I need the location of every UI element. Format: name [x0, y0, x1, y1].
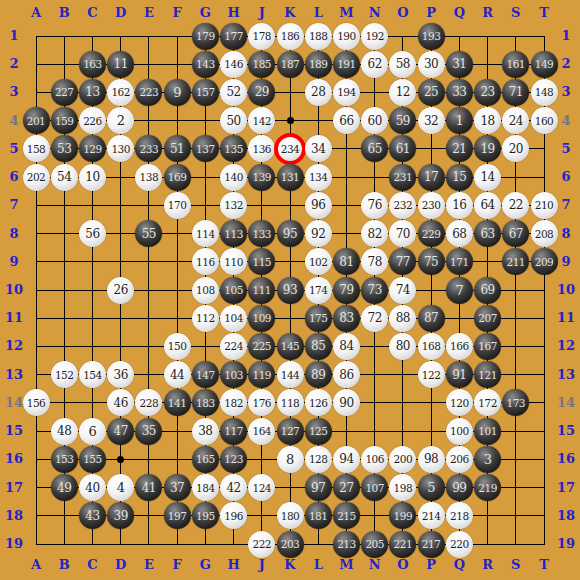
stone-O5[interactable]: 61	[389, 135, 416, 162]
star-point-D16	[117, 456, 124, 463]
stone-R3[interactable]: 23	[474, 79, 501, 106]
stone-H11[interactable]: 104	[220, 305, 247, 332]
stone-L15[interactable]: 125	[305, 418, 332, 445]
stone-J9[interactable]: 115	[248, 248, 275, 275]
stone-B17[interactable]: 49	[51, 474, 78, 501]
stone-L9[interactable]: 102	[305, 248, 332, 275]
stone-H17[interactable]: 42	[220, 474, 247, 501]
stone-O16[interactable]: 200	[389, 446, 416, 473]
stone-D17[interactable]: 4	[107, 474, 134, 501]
stone-E14[interactable]: 228	[135, 389, 162, 416]
stone-D2[interactable]: 11	[107, 51, 134, 78]
stone-R16[interactable]: 3	[474, 446, 501, 473]
stone-L18[interactable]: 181	[305, 502, 332, 529]
move-number: 55	[142, 227, 156, 241]
stone-M19[interactable]: 213	[333, 531, 360, 558]
stone-H14[interactable]: 182	[220, 389, 247, 416]
stone-G1[interactable]: 179	[192, 23, 219, 50]
stone-T8[interactable]: 208	[531, 220, 558, 247]
stone-B3[interactable]: 227	[51, 79, 78, 106]
stone-Q7[interactable]: 16	[446, 192, 473, 219]
stone-F5[interactable]: 51	[164, 135, 191, 162]
move-number: 156	[27, 397, 46, 409]
stone-K14[interactable]: 118	[277, 389, 304, 416]
move-number: 108	[196, 284, 215, 296]
stone-M2[interactable]: 191	[333, 51, 360, 78]
stone-N1[interactable]: 192	[361, 23, 388, 50]
move-number: 2	[117, 113, 125, 128]
stone-J13[interactable]: 119	[248, 361, 275, 388]
stone-A6[interactable]: 202	[23, 164, 50, 191]
move-number: 94	[339, 452, 353, 466]
move-number: 141	[168, 397, 187, 409]
stone-F7[interactable]: 170	[164, 192, 191, 219]
stone-K18[interactable]: 180	[277, 502, 304, 529]
stone-P16[interactable]: 98	[418, 446, 445, 473]
stone-B6[interactable]: 54	[51, 164, 78, 191]
stone-Q16[interactable]: 206	[446, 446, 473, 473]
stone-J2[interactable]: 185	[248, 51, 275, 78]
stone-C8[interactable]: 56	[79, 220, 106, 247]
stone-G18[interactable]: 195	[192, 502, 219, 529]
bottom-col-label-B: B	[50, 557, 78, 573]
stone-H8[interactable]: 113	[220, 220, 247, 247]
stone-R8[interactable]: 63	[474, 220, 501, 247]
stone-T9[interactable]: 209	[531, 248, 558, 275]
stone-R13[interactable]: 121	[474, 361, 501, 388]
stone-M16[interactable]: 94	[333, 446, 360, 473]
move-number: 41	[142, 481, 156, 495]
stone-F14[interactable]: 141	[164, 389, 191, 416]
stone-H12[interactable]: 224	[220, 333, 247, 360]
stone-M3[interactable]: 194	[333, 79, 360, 106]
stone-O4[interactable]: 59	[389, 107, 416, 134]
stone-N9[interactable]: 78	[361, 248, 388, 275]
stone-P13[interactable]: 122	[418, 361, 445, 388]
stone-E5[interactable]: 233	[135, 135, 162, 162]
top-col-label-H: H	[220, 5, 248, 21]
stone-G14[interactable]: 183	[192, 389, 219, 416]
stone-D10[interactable]: 26	[107, 277, 134, 304]
stone-O11[interactable]: 88	[389, 305, 416, 332]
stone-H13[interactable]: 103	[220, 361, 247, 388]
stone-L13[interactable]: 89	[305, 361, 332, 388]
move-number: 228	[140, 397, 159, 409]
move-number: 227	[55, 86, 74, 98]
stone-K8[interactable]: 95	[277, 220, 304, 247]
move-number: 15	[452, 170, 466, 184]
stone-K12[interactable]: 145	[277, 333, 304, 360]
move-number: 215	[337, 510, 356, 522]
move-number: 134	[309, 171, 328, 183]
stone-L11[interactable]: 175	[305, 305, 332, 332]
move-number: 150	[168, 340, 187, 352]
stone-S7[interactable]: 22	[502, 192, 529, 219]
stone-M11[interactable]: 83	[333, 305, 360, 332]
stone-J11[interactable]: 109	[248, 305, 275, 332]
stone-G13[interactable]: 147	[192, 361, 219, 388]
stone-F17[interactable]: 37	[164, 474, 191, 501]
stone-P8[interactable]: 229	[418, 220, 445, 247]
stone-J10[interactable]: 111	[248, 277, 275, 304]
stone-R17[interactable]: 219	[474, 474, 501, 501]
stone-H9[interactable]: 110	[220, 248, 247, 275]
move-number: 30	[424, 57, 438, 71]
stone-H6[interactable]: 140	[220, 164, 247, 191]
stone-L2[interactable]: 189	[305, 51, 332, 78]
stone-J6[interactable]: 139	[248, 164, 275, 191]
stone-M10[interactable]: 79	[333, 277, 360, 304]
stone-F6[interactable]: 169	[164, 164, 191, 191]
stone-H5[interactable]: 135	[220, 135, 247, 162]
stone-C13[interactable]: 154	[79, 361, 106, 388]
move-number: 80	[396, 339, 410, 353]
bottom-col-label-J: J	[248, 557, 276, 573]
move-number: 59	[396, 114, 410, 128]
stone-L8[interactable]: 92	[305, 220, 332, 247]
move-number: 170	[168, 199, 187, 211]
stone-D18[interactable]: 39	[107, 502, 134, 529]
stone-B4[interactable]: 159	[51, 107, 78, 134]
stone-Q12[interactable]: 166	[446, 333, 473, 360]
stone-E17[interactable]: 41	[135, 474, 162, 501]
move-number: 201	[27, 115, 46, 127]
bottom-col-label-R: R	[474, 557, 502, 573]
stone-Q10[interactable]: 7	[446, 277, 473, 304]
stone-R12[interactable]: 167	[474, 333, 501, 360]
stone-D13[interactable]: 36	[107, 361, 134, 388]
stone-K5[interactable]: 234	[277, 135, 304, 162]
stone-T4[interactable]: 160	[531, 107, 558, 134]
stone-A14[interactable]: 156	[23, 389, 50, 416]
stone-H1[interactable]: 177	[220, 23, 247, 50]
stone-J4[interactable]: 142	[248, 107, 275, 134]
bottom-col-label-F: F	[163, 557, 191, 573]
stone-M17[interactable]: 27	[333, 474, 360, 501]
stone-E6[interactable]: 138	[135, 164, 162, 191]
move-number: 234	[281, 143, 300, 155]
stone-J12[interactable]: 225	[248, 333, 275, 360]
stone-E8[interactable]: 55	[135, 220, 162, 247]
stone-T2[interactable]: 149	[531, 51, 558, 78]
stone-S9[interactable]: 211	[502, 248, 529, 275]
stone-K15[interactable]: 127	[277, 418, 304, 445]
move-number: 19	[480, 142, 494, 156]
stone-G10[interactable]: 108	[192, 277, 219, 304]
go-board[interactable]: AABBCCDDEEFFGGHHJJKKLLMMNNOOPPQQRRSSTT11…	[0, 0, 580, 580]
stone-R7[interactable]: 64	[474, 192, 501, 219]
stone-M1[interactable]: 190	[333, 23, 360, 50]
move-number: 3	[484, 452, 492, 467]
stone-O2[interactable]: 58	[389, 51, 416, 78]
move-number: 113	[224, 228, 243, 240]
stone-P3[interactable]: 25	[418, 79, 445, 106]
stone-C4[interactable]: 226	[79, 107, 106, 134]
move-number: 195	[196, 510, 215, 522]
stone-T7[interactable]: 210	[531, 192, 558, 219]
stone-S8[interactable]: 67	[502, 220, 529, 247]
stone-R11[interactable]: 207	[474, 305, 501, 332]
stone-R14[interactable]: 172	[474, 389, 501, 416]
move-number: 6	[89, 424, 97, 439]
stone-Q5[interactable]: 21	[446, 135, 473, 162]
left-row-label-7: 7	[0, 197, 28, 213]
stone-O3[interactable]: 12	[389, 79, 416, 106]
stone-M9[interactable]: 81	[333, 248, 360, 275]
move-number: 196	[224, 510, 243, 522]
stone-O17[interactable]: 198	[389, 474, 416, 501]
top-col-label-B: B	[50, 5, 78, 21]
stone-Q9[interactable]: 171	[446, 248, 473, 275]
move-number: 89	[311, 368, 325, 382]
move-number: 153	[55, 453, 74, 465]
stone-Q2[interactable]: 31	[446, 51, 473, 78]
stone-P11[interactable]: 87	[418, 305, 445, 332]
stone-P17[interactable]: 5	[418, 474, 445, 501]
move-number: 188	[309, 30, 328, 42]
stone-H2[interactable]: 146	[220, 51, 247, 78]
move-number: 66	[339, 114, 353, 128]
stone-D14[interactable]: 46	[107, 389, 134, 416]
move-number: 29	[255, 85, 269, 99]
stone-B16[interactable]: 153	[51, 446, 78, 473]
stone-H7[interactable]: 132	[220, 192, 247, 219]
stone-S14[interactable]: 173	[502, 389, 529, 416]
stone-T3[interactable]: 148	[531, 79, 558, 106]
stone-H3[interactable]: 52	[220, 79, 247, 106]
stone-N11[interactable]: 72	[361, 305, 388, 332]
stone-P18[interactable]: 214	[418, 502, 445, 529]
stone-P1[interactable]: 193	[418, 23, 445, 50]
stone-C15[interactable]: 6	[79, 418, 106, 445]
stone-P7[interactable]: 230	[418, 192, 445, 219]
stone-S3[interactable]: 71	[502, 79, 529, 106]
stone-P19[interactable]: 217	[418, 531, 445, 558]
left-row-label-16: 16	[0, 451, 28, 467]
stone-M18[interactable]: 215	[333, 502, 360, 529]
stone-G2[interactable]: 143	[192, 51, 219, 78]
stone-L17[interactable]: 97	[305, 474, 332, 501]
stone-S4[interactable]: 24	[502, 107, 529, 134]
stone-A5[interactable]: 158	[23, 135, 50, 162]
stone-Q8[interactable]: 68	[446, 220, 473, 247]
move-number: 161	[506, 58, 525, 70]
stone-H18[interactable]: 196	[220, 502, 247, 529]
stone-P6[interactable]: 17	[418, 164, 445, 191]
stone-M13[interactable]: 86	[333, 361, 360, 388]
move-number: 136	[252, 143, 271, 155]
move-number: 197	[168, 510, 187, 522]
stone-F18[interactable]: 197	[164, 502, 191, 529]
stone-O8[interactable]: 70	[389, 220, 416, 247]
stone-A4[interactable]: 201	[23, 107, 50, 134]
left-row-label-18: 18	[0, 508, 28, 524]
stone-N5[interactable]: 65	[361, 135, 388, 162]
stone-C3[interactable]: 13	[79, 79, 106, 106]
move-number: 218	[450, 510, 469, 522]
star-point-K4	[287, 117, 294, 124]
stone-N8[interactable]: 82	[361, 220, 388, 247]
stone-K10[interactable]: 93	[277, 277, 304, 304]
stone-K1[interactable]: 186	[277, 23, 304, 50]
stone-J5[interactable]: 136	[248, 135, 275, 162]
stone-P2[interactable]: 30	[418, 51, 445, 78]
right-row-label-10: 10	[552, 282, 580, 298]
stone-C6[interactable]: 10	[79, 164, 106, 191]
stone-L12[interactable]: 85	[305, 333, 332, 360]
stone-F3[interactable]: 9	[164, 79, 191, 106]
stone-J8[interactable]: 133	[248, 220, 275, 247]
stone-L3[interactable]: 28	[305, 79, 332, 106]
stone-D4[interactable]: 2	[107, 107, 134, 134]
stone-R6[interactable]: 14	[474, 164, 501, 191]
stone-L16[interactable]: 128	[305, 446, 332, 473]
stone-L5[interactable]: 34	[305, 135, 332, 162]
stone-G15[interactable]: 38	[192, 418, 219, 445]
move-number: 167	[478, 340, 497, 352]
move-number: 58	[396, 57, 410, 71]
stone-L14[interactable]: 126	[305, 389, 332, 416]
bottom-col-label-E: E	[135, 557, 163, 573]
stone-L7[interactable]: 96	[305, 192, 332, 219]
stone-K16[interactable]: 8	[277, 446, 304, 473]
stone-L1[interactable]: 188	[305, 23, 332, 50]
stone-O9[interactable]: 77	[389, 248, 416, 275]
stone-S5[interactable]: 20	[502, 135, 529, 162]
stone-J1[interactable]: 178	[248, 23, 275, 50]
stone-O6[interactable]: 231	[389, 164, 416, 191]
move-number: 31	[452, 57, 466, 71]
stone-H10[interactable]: 105	[220, 277, 247, 304]
stone-P4[interactable]: 32	[418, 107, 445, 134]
stone-J17[interactable]: 124	[248, 474, 275, 501]
stone-L10[interactable]: 174	[305, 277, 332, 304]
stone-J3[interactable]: 29	[248, 79, 275, 106]
stone-J19[interactable]: 222	[248, 531, 275, 558]
move-number: 193	[422, 30, 441, 42]
stone-G3[interactable]: 157	[192, 79, 219, 106]
stone-O18[interactable]: 199	[389, 502, 416, 529]
stone-Q4[interactable]: 1	[446, 107, 473, 134]
stone-Q17[interactable]: 99	[446, 474, 473, 501]
stone-N16[interactable]: 106	[361, 446, 388, 473]
stone-D3[interactable]: 162	[107, 79, 134, 106]
stone-F13[interactable]: 44	[164, 361, 191, 388]
stone-R10[interactable]: 69	[474, 277, 501, 304]
stone-G11[interactable]: 112	[192, 305, 219, 332]
stone-G5[interactable]: 137	[192, 135, 219, 162]
stone-K2[interactable]: 187	[277, 51, 304, 78]
stone-C17[interactable]: 40	[79, 474, 106, 501]
right-row-label-15: 15	[552, 423, 580, 439]
stone-B13[interactable]: 152	[51, 361, 78, 388]
stone-G8[interactable]: 114	[192, 220, 219, 247]
left-row-label-13: 13	[0, 367, 28, 383]
move-number: 102	[309, 256, 328, 268]
stone-K13[interactable]: 144	[277, 361, 304, 388]
stone-O10[interactable]: 74	[389, 277, 416, 304]
move-number: 144	[281, 369, 300, 381]
right-row-label-11: 11	[552, 310, 580, 326]
stone-K6[interactable]: 131	[277, 164, 304, 191]
stone-H4[interactable]: 50	[220, 107, 247, 134]
move-number: 159	[55, 115, 74, 127]
stone-B5[interactable]: 53	[51, 135, 78, 162]
stone-G17[interactable]: 184	[192, 474, 219, 501]
stone-E3[interactable]: 223	[135, 79, 162, 106]
stone-Q14[interactable]: 120	[446, 389, 473, 416]
move-number: 115	[252, 256, 271, 268]
stone-C16[interactable]: 155	[79, 446, 106, 473]
stone-Q19[interactable]: 220	[446, 531, 473, 558]
stone-F12[interactable]: 150	[164, 333, 191, 360]
stone-G9[interactable]: 116	[192, 248, 219, 275]
move-number: 132	[224, 199, 243, 211]
stone-P9[interactable]: 75	[418, 248, 445, 275]
stone-B15[interactable]: 48	[51, 418, 78, 445]
stone-N2[interactable]: 62	[361, 51, 388, 78]
move-number: 147	[196, 369, 215, 381]
stone-N10[interactable]: 73	[361, 277, 388, 304]
stone-N17[interactable]: 107	[361, 474, 388, 501]
stone-Q18[interactable]: 218	[446, 502, 473, 529]
stone-O19[interactable]: 221	[389, 531, 416, 558]
stone-L6[interactable]: 134	[305, 164, 332, 191]
stone-N7[interactable]: 76	[361, 192, 388, 219]
stone-C18[interactable]: 43	[79, 502, 106, 529]
stone-J15[interactable]: 164	[248, 418, 275, 445]
stone-E15[interactable]: 35	[135, 418, 162, 445]
stone-O7[interactable]: 232	[389, 192, 416, 219]
stone-D5[interactable]: 130	[107, 135, 134, 162]
stone-M4[interactable]: 66	[333, 107, 360, 134]
stone-J14[interactable]: 176	[248, 389, 275, 416]
stone-R5[interactable]: 19	[474, 135, 501, 162]
stone-N4[interactable]: 60	[361, 107, 388, 134]
stone-H16[interactable]: 123	[220, 446, 247, 473]
move-number: 176	[252, 397, 271, 409]
stone-Q13[interactable]: 91	[446, 361, 473, 388]
stone-Q3[interactable]: 33	[446, 79, 473, 106]
stone-H15[interactable]: 117	[220, 418, 247, 445]
stone-Q6[interactable]: 15	[446, 164, 473, 191]
stone-S2[interactable]: 161	[502, 51, 529, 78]
stone-R4[interactable]: 18	[474, 107, 501, 134]
stone-C5[interactable]: 129	[79, 135, 106, 162]
stone-K19[interactable]: 203	[277, 531, 304, 558]
stone-M12[interactable]: 84	[333, 333, 360, 360]
move-number: 220	[450, 538, 469, 550]
move-number: 98	[424, 452, 438, 466]
move-number: 88	[396, 311, 410, 325]
stone-P12[interactable]: 168	[418, 333, 445, 360]
move-number: 158	[27, 143, 46, 155]
grid-line-horizontal	[36, 318, 545, 319]
stone-R15[interactable]: 101	[474, 418, 501, 445]
top-col-label-Q: Q	[445, 5, 473, 21]
bottom-col-label-A: A	[22, 557, 50, 573]
move-number: 223	[140, 86, 159, 98]
stone-O12[interactable]: 80	[389, 333, 416, 360]
stone-C2[interactable]: 163	[79, 51, 106, 78]
move-number: 99	[452, 481, 466, 495]
stone-G16[interactable]: 165	[192, 446, 219, 473]
stone-Q15[interactable]: 100	[446, 418, 473, 445]
stone-D15[interactable]: 47	[107, 418, 134, 445]
stone-M14[interactable]: 90	[333, 389, 360, 416]
move-number: 138	[140, 171, 159, 183]
stone-N19[interactable]: 205	[361, 531, 388, 558]
